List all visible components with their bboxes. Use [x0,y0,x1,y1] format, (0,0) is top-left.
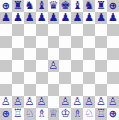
board-square-r4c5[interactable] [48,72,60,84]
board-square-r4c4[interactable] [36,72,48,84]
board-square-r3c6[interactable] [59,84,71,96]
board-square-r10c6[interactable]: ♚ [59,0,71,12]
white-pawn[interactable]: ♙ [25,96,35,108]
board-square-r9c9[interactable]: ♟ [95,12,107,24]
board-square-r7c5[interactable] [48,36,60,48]
board-square-r9c5[interactable]: ♟ [48,12,60,24]
board-square-r2c2[interactable]: ♙ [12,96,24,108]
board-square-r7c10[interactable] [107,36,119,48]
board-square-r5c3[interactable] [24,60,36,72]
white-pawn[interactable]: ♙ [84,96,94,108]
board-square-r10c2[interactable]: ♜ [12,0,24,12]
black-pawn[interactable]: ♟ [49,12,59,24]
board-square-r8c7[interactable] [71,24,83,36]
black-bishop[interactable]: ♝ [72,0,82,12]
board-square-r7c6[interactable] [59,36,71,48]
board-square-r1c1[interactable]: ⊕ [0,108,12,120]
black-queen[interactable]: ♛ [49,0,59,12]
chess-board: ⊕♜♞♝♛♚♝♞♜⊕♟♟♟♟♟♟♟♟♟♟♙♙♙♙♙♙♙♙♙♙⊕♖♘♗♕♔♗♘♖⊕ [0,0,119,120]
white-pawn[interactable]: ♙ [72,96,82,108]
board-square-r5c6[interactable] [59,60,71,72]
board-square-r8c8[interactable] [83,24,95,36]
board-square-r5c5[interactable]: ♙ [48,60,60,72]
white-bishop[interactable]: ♗ [37,108,47,120]
black-rook[interactable]: ♜ [96,0,106,12]
black-pawn[interactable]: ♟ [1,12,11,24]
board-square-r3c5[interactable] [48,84,60,96]
board-square-r9c10[interactable]: ♟ [107,12,119,24]
board-square-r7c8[interactable] [83,36,95,48]
black-pawn[interactable]: ♟ [84,12,94,24]
board-square-r3c7[interactable] [71,84,83,96]
board-square-r10c3[interactable]: ♞ [24,0,36,12]
white-pawn[interactable]: ♙ [37,96,47,108]
board-square-r6c2[interactable] [12,48,24,60]
black-pawn[interactable]: ♟ [25,12,35,24]
board-square-r9c4[interactable]: ♟ [36,12,48,24]
board-square-r1c3[interactable]: ♘ [24,108,36,120]
board-square-r4c7[interactable] [71,72,83,84]
white-pawn[interactable]: ♙ [61,96,71,108]
board-square-r3c9[interactable] [95,84,107,96]
board-square-r6c6[interactable] [59,48,71,60]
white-rook[interactable]: ♖ [13,108,23,120]
board-square-r5c1[interactable] [0,60,12,72]
board-square-r2c8[interactable]: ♙ [83,96,95,108]
board-square-r5c10[interactable] [107,60,119,72]
white-bishop[interactable]: ♗ [72,108,82,120]
board-square-r4c8[interactable] [83,72,95,84]
white-pawn[interactable]: ♙ [13,96,23,108]
board-square-r7c3[interactable] [24,36,36,48]
black-knight[interactable]: ♞ [25,0,35,12]
board-square-r1c4[interactable]: ♗ [36,108,48,120]
board-square-r4c10[interactable] [107,72,119,84]
board-square-r1c9[interactable]: ♖ [95,108,107,120]
black-champion-orb[interactable]: ⊕ [109,0,117,12]
board-square-r3c4[interactable] [36,84,48,96]
board-square-r2c10[interactable]: ♙ [107,96,119,108]
board-square-r2c5[interactable] [48,96,60,108]
white-champion-orb[interactable]: ⊕ [2,108,10,120]
black-pawn[interactable]: ♟ [37,12,47,24]
board-square-r10c1[interactable]: ⊕ [0,0,12,12]
white-king[interactable]: ♔ [61,108,71,120]
board-square-r5c7[interactable] [71,60,83,72]
board-square-r1c7[interactable]: ♗ [71,108,83,120]
black-rook[interactable]: ♜ [13,0,23,12]
board-square-r7c1[interactable] [0,36,12,48]
black-pawn[interactable]: ♟ [61,12,71,24]
board-square-r5c8[interactable] [83,60,95,72]
board-square-r1c6[interactable]: ♔ [59,108,71,120]
board-square-r6c3[interactable] [24,48,36,60]
board-square-r8c9[interactable] [95,24,107,36]
white-knight[interactable]: ♘ [25,108,35,120]
board-square-r10c7[interactable]: ♝ [71,0,83,12]
black-bishop[interactable]: ♝ [37,0,47,12]
board-square-r6c4[interactable] [36,48,48,60]
white-pawn[interactable]: ♙ [1,96,11,108]
board-square-r3c10[interactable] [107,84,119,96]
board-square-r4c6[interactable] [59,72,71,84]
board-square-r8c5[interactable] [48,24,60,36]
black-pawn[interactable]: ♟ [96,12,106,24]
board-square-r10c8[interactable]: ♞ [83,0,95,12]
board-square-r3c2[interactable] [12,84,24,96]
board-square-r10c10[interactable]: ⊕ [107,0,119,12]
board-square-r9c3[interactable]: ♟ [24,12,36,24]
board-square-r5c9[interactable] [95,60,107,72]
white-rook[interactable]: ♖ [96,108,106,120]
black-king[interactable]: ♚ [61,0,71,12]
board-square-r4c9[interactable] [95,72,107,84]
board-square-r4c1[interactable] [0,72,12,84]
board-square-r2c4[interactable]: ♙ [36,96,48,108]
board-square-r5c2[interactable] [12,60,24,72]
board-square-r8c4[interactable] [36,24,48,36]
board-square-r8c2[interactable] [12,24,24,36]
white-champion-orb[interactable]: ⊕ [109,108,117,120]
board-square-r1c10[interactable]: ⊕ [107,108,119,120]
board-square-r7c4[interactable] [36,36,48,48]
white-pawn[interactable]: ♙ [108,96,118,108]
white-knight[interactable]: ♘ [84,108,94,120]
board-square-r7c7[interactable] [71,36,83,48]
board-square-r9c8[interactable]: ♟ [83,12,95,24]
board-square-r1c2[interactable]: ♖ [12,108,24,120]
board-square-r5c4[interactable] [36,60,48,72]
board-square-r9c6[interactable]: ♟ [59,12,71,24]
board-square-r6c5[interactable] [48,48,60,60]
board-square-r3c3[interactable] [24,84,36,96]
white-pawn[interactable]: ♙ [96,96,106,108]
board-square-r2c9[interactable]: ♙ [95,96,107,108]
board-square-r3c1[interactable] [0,84,12,96]
board-square-r6c8[interactable] [83,48,95,60]
board-square-r9c2[interactable]: ♟ [12,12,24,24]
board-square-r4c2[interactable] [12,72,24,84]
board-square-r8c6[interactable] [59,24,71,36]
black-knight[interactable]: ♞ [84,0,94,12]
black-pawn[interactable]: ♟ [108,12,118,24]
board-square-r4c3[interactable] [24,72,36,84]
board-square-r6c7[interactable] [71,48,83,60]
board-square-r1c8[interactable]: ♘ [83,108,95,120]
black-champion-orb[interactable]: ⊕ [2,0,10,12]
board-square-r8c10[interactable] [107,24,119,36]
board-square-r2c7[interactable]: ♙ [71,96,83,108]
board-square-r6c9[interactable] [95,48,107,60]
white-pawn[interactable]: ♙ [49,60,59,72]
board-square-r6c1[interactable] [0,48,12,60]
white-queen[interactable]: ♕ [49,108,59,120]
board-square-r10c9[interactable]: ♜ [95,0,107,12]
board-square-r10c5[interactable]: ♛ [48,0,60,12]
board-square-r6c10[interactable] [107,48,119,60]
board-square-r8c3[interactable] [24,24,36,36]
board-square-r2c6[interactable]: ♙ [59,96,71,108]
board-square-r10c4[interactable]: ♝ [36,0,48,12]
black-pawn[interactable]: ♟ [13,12,23,24]
black-pawn[interactable]: ♟ [72,12,82,24]
board-square-r3c8[interactable] [83,84,95,96]
board-square-r8c1[interactable] [0,24,12,36]
board-square-r2c3[interactable]: ♙ [24,96,36,108]
board-square-r1c5[interactable]: ♕ [48,108,60,120]
board-square-r7c9[interactable] [95,36,107,48]
board-square-r9c1[interactable]: ♟ [0,12,12,24]
board-square-r9c7[interactable]: ♟ [71,12,83,24]
board-square-r2c1[interactable]: ♙ [0,96,12,108]
board-square-r7c2[interactable] [12,36,24,48]
